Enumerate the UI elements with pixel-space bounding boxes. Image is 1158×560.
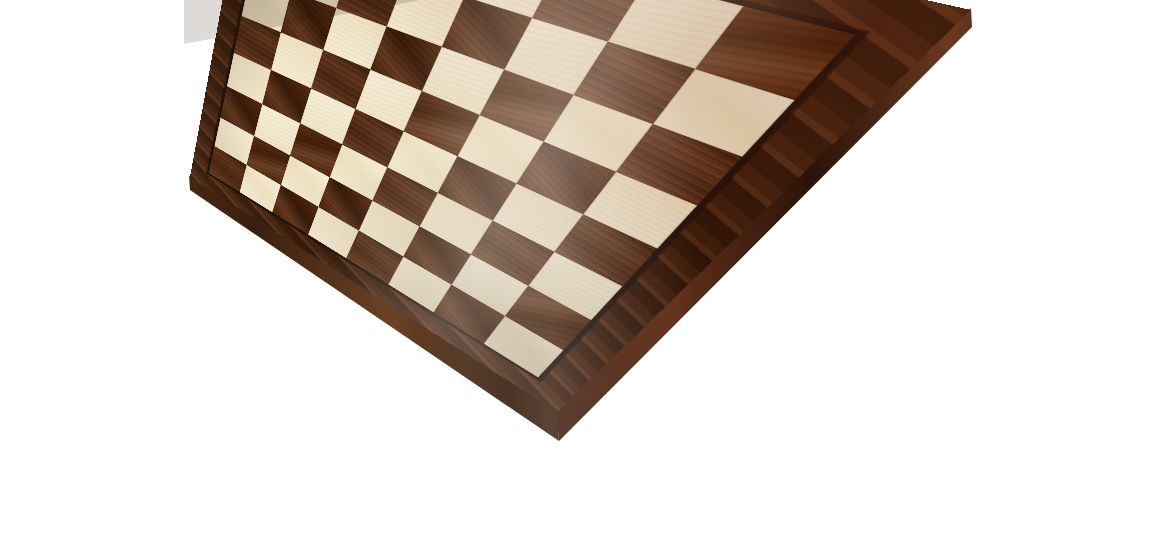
photo-canvas bbox=[0, 0, 1158, 560]
board-grid bbox=[209, 0, 855, 377]
chessboard bbox=[190, 0, 971, 412]
board-frame bbox=[190, 0, 971, 412]
